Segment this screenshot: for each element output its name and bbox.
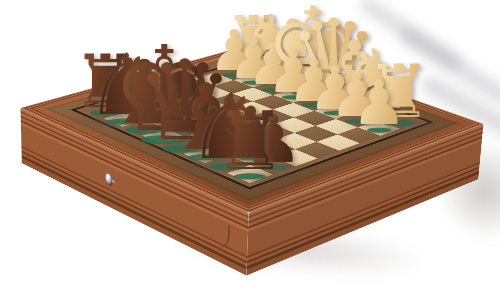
chess-set-photo: ♜♞♝♛♚♝♞♜♟♟♟♟♟♟♟♟♟♟♟♟♟♟♟♟♜♞♝♛♚♝♞♜ (0, 0, 500, 293)
drawer-seam (207, 215, 230, 252)
piece-cast-shadow (357, 0, 464, 72)
drawer-knob (106, 173, 112, 186)
piece-cast-shadow (396, 24, 500, 108)
drawer-knob-stem (112, 180, 115, 184)
chess-case (20, 43, 483, 212)
